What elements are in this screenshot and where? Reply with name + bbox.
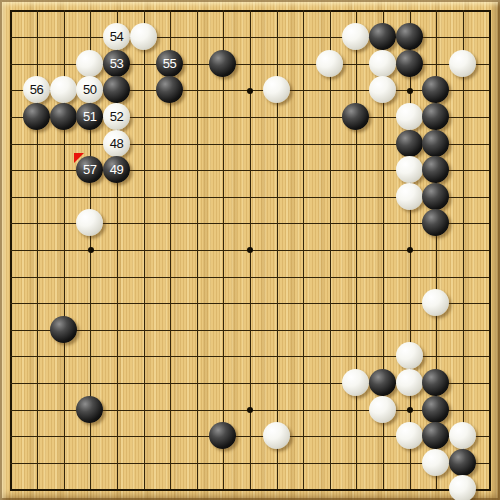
stone-white (263, 76, 290, 103)
grid-line-vertical (330, 10, 331, 491)
stone-white (396, 369, 423, 396)
stone-black (422, 183, 449, 210)
stone-black (422, 156, 449, 183)
stone-white (422, 289, 449, 316)
star-point (247, 407, 253, 413)
move-number: 50 (76, 76, 103, 103)
stone-white (130, 23, 157, 50)
stone-black (422, 396, 449, 423)
move-number: 53 (103, 50, 130, 77)
stone-black: 51 (76, 103, 103, 130)
stone-black (23, 103, 50, 130)
stone-white (396, 422, 423, 449)
stone-white (422, 449, 449, 476)
stone-black: 53 (103, 50, 130, 77)
star-point (407, 247, 413, 253)
stone-white (396, 103, 423, 130)
stone-white (369, 396, 396, 423)
star-point (247, 88, 253, 94)
stone-black (449, 449, 476, 476)
stone-black (422, 209, 449, 236)
stone-white (449, 475, 476, 500)
stone-white (396, 156, 423, 183)
stone-white (316, 50, 343, 77)
stone-black (342, 103, 369, 130)
stone-white (449, 50, 476, 77)
move-number: 55 (156, 50, 183, 77)
stone-white: 48 (103, 130, 130, 157)
grid-line-horizontal (10, 489, 491, 491)
stone-white (50, 76, 77, 103)
stone-white (342, 369, 369, 396)
stone-white (76, 209, 103, 236)
star-point (407, 88, 413, 94)
stone-black (50, 316, 77, 343)
stone-black (396, 23, 423, 50)
stone-black (422, 76, 449, 103)
stone-white (396, 183, 423, 210)
go-board[interactable]: 54535556505152485749 (0, 0, 500, 500)
stone-black (369, 369, 396, 396)
grid-line-vertical (463, 10, 464, 491)
move-number: 54 (103, 23, 130, 50)
stone-black (422, 103, 449, 130)
star-point (247, 247, 253, 253)
stone-white (76, 50, 103, 77)
move-number: 56 (23, 76, 50, 103)
stone-black: 55 (156, 50, 183, 77)
move-number: 52 (103, 103, 130, 130)
stone-black (422, 369, 449, 396)
stone-black (422, 130, 449, 157)
stone-white: 50 (76, 76, 103, 103)
stone-white: 56 (23, 76, 50, 103)
move-number: 51 (76, 103, 103, 130)
grid-line-horizontal (10, 330, 491, 331)
stone-black: 49 (103, 156, 130, 183)
grid-line-vertical (356, 10, 357, 491)
star-point (88, 247, 94, 253)
last-move-marker (74, 153, 84, 163)
grid-line-horizontal (10, 303, 491, 304)
stone-black (396, 50, 423, 77)
stone-white (369, 50, 396, 77)
stone-black (369, 23, 396, 50)
stone-black (50, 103, 77, 130)
stone-black (209, 50, 236, 77)
stone-white: 52 (103, 103, 130, 130)
stone-white (396, 342, 423, 369)
stone-white (369, 76, 396, 103)
grid-line-vertical (489, 10, 491, 491)
stone-white (263, 422, 290, 449)
stone-black (422, 422, 449, 449)
stone-black (76, 396, 103, 423)
stone-black (209, 422, 236, 449)
grid-line-vertical (303, 10, 304, 491)
grid-line-horizontal (10, 277, 491, 278)
grid-line-horizontal (10, 463, 491, 464)
stone-black (156, 76, 183, 103)
stone-black: 57 (76, 156, 103, 183)
stone-white (342, 23, 369, 50)
move-number: 49 (103, 156, 130, 183)
stone-black (396, 130, 423, 157)
star-point (407, 407, 413, 413)
stone-black (103, 76, 130, 103)
stone-white: 54 (103, 23, 130, 50)
stone-white (449, 422, 476, 449)
move-number: 48 (103, 130, 130, 157)
